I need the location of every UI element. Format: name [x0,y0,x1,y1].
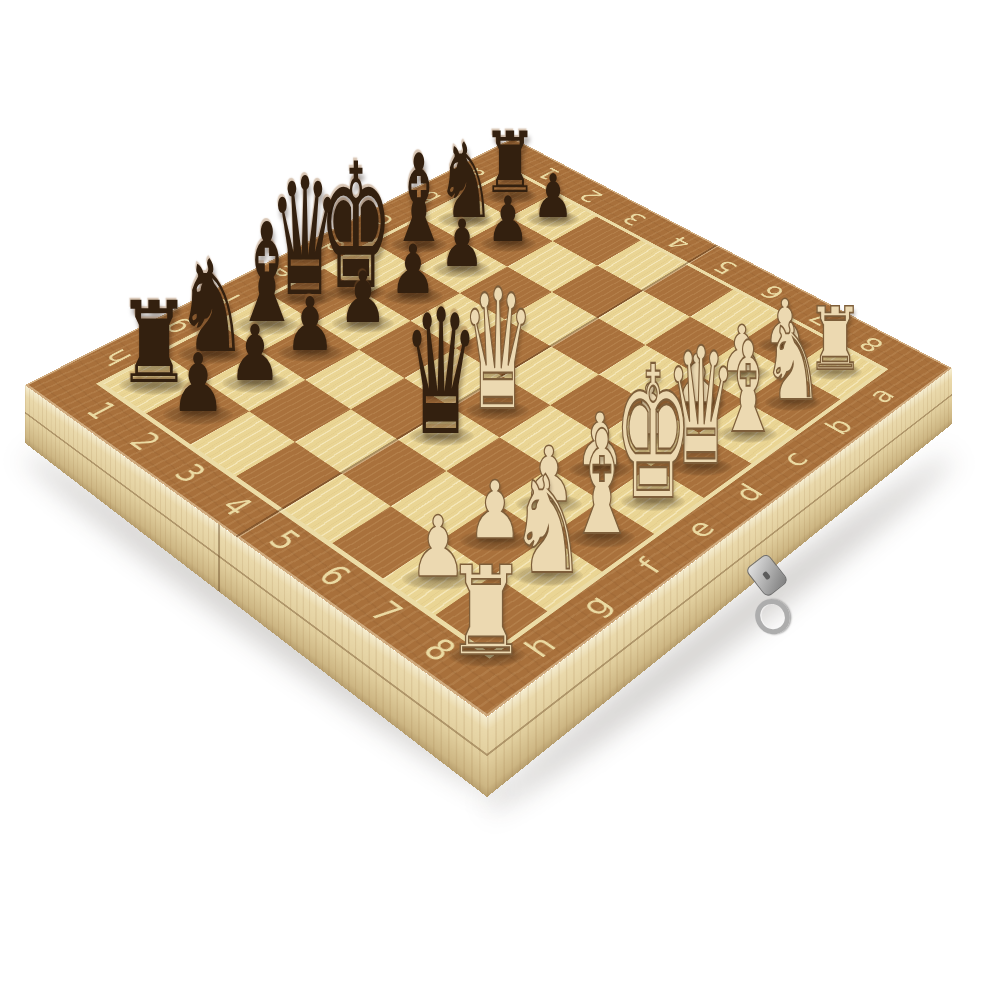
clasp-ring [748,592,797,641]
chess-set-photo: 12345678 12345678 abcdefgh abcdefgh ♜♟♞♟… [0,0,1000,1000]
fold-seam-side [218,524,220,592]
chess-board: 12345678 12345678 abcdefgh abcdefgh [25,138,952,717]
